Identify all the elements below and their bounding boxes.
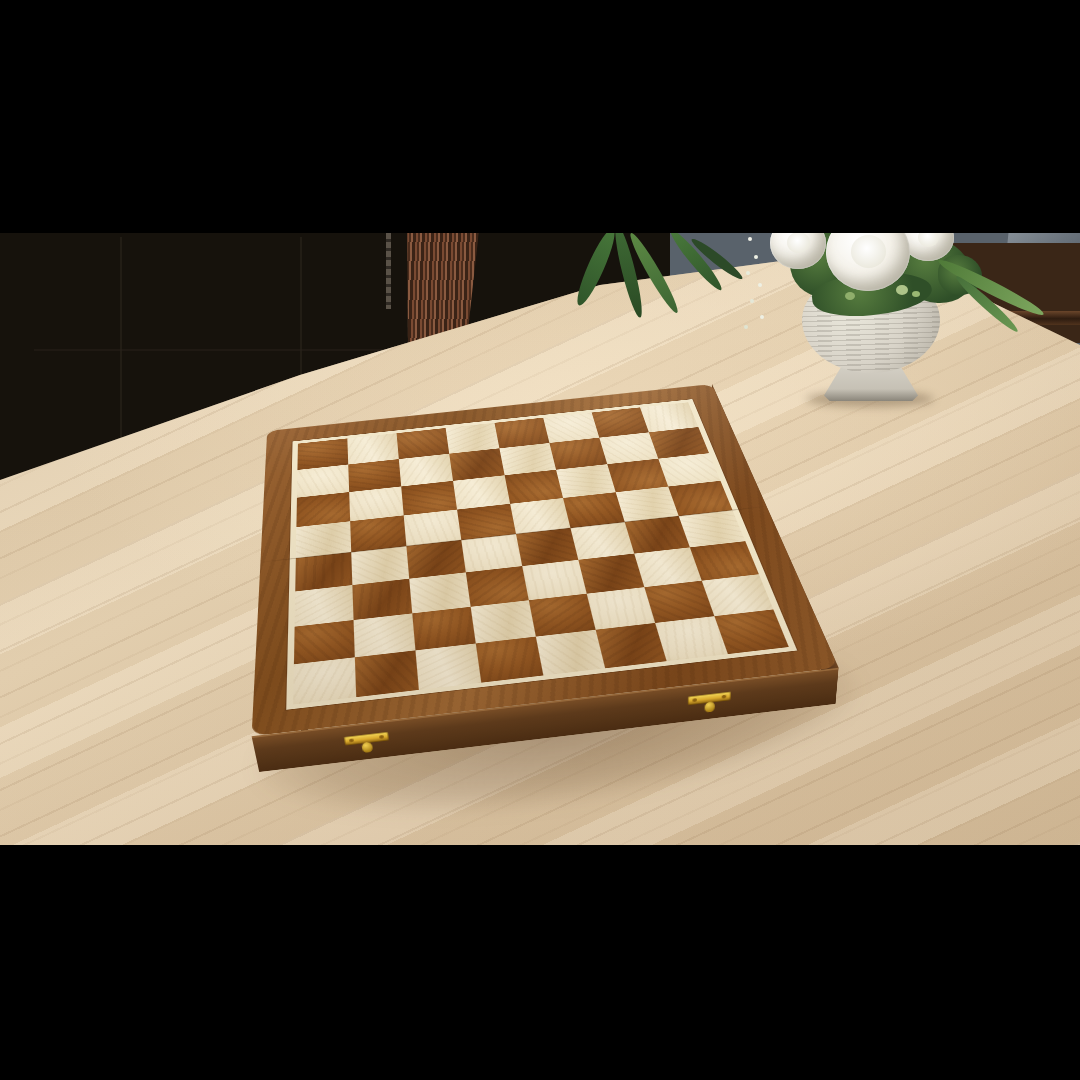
letterbox-bottom: [0, 845, 1080, 1080]
square-r5c1: [295, 552, 352, 591]
square-r8c7: [655, 616, 728, 661]
screenshot-canvas: { "game": "chess", "position": "8/8/8/8/…: [0, 0, 1080, 1080]
square-r5c5: [516, 528, 578, 566]
letterbox-top: [0, 0, 1080, 233]
square-r7c1: [294, 620, 355, 664]
square-r8c4: [476, 637, 544, 683]
square-r7c4: [471, 600, 536, 643]
square-r5c3: [406, 540, 465, 579]
square-r8c2: [355, 650, 419, 697]
square-r7c5: [529, 594, 596, 637]
square-r6c2: [352, 579, 412, 620]
square-r6c7: [634, 547, 702, 587]
square-r8c3: [415, 643, 481, 689]
square-r7c7: [644, 581, 714, 623]
board-scene: [117, 233, 914, 840]
square-r6c1: [295, 585, 354, 627]
brass-latch: [688, 692, 731, 706]
latch-knob: [704, 701, 714, 712]
square-r8c8: [714, 609, 788, 654]
brass-latch: [343, 732, 388, 746]
latch-knob: [361, 742, 373, 753]
square-r8c1: [293, 657, 356, 704]
square-r6c4: [466, 566, 529, 607]
square-r8c5: [536, 630, 605, 676]
square-r5c4: [461, 534, 522, 572]
square-r7c6: [587, 587, 655, 630]
square-r6c6: [578, 554, 644, 594]
square-r8c6: [596, 623, 667, 668]
chess-board-box: [252, 384, 839, 736]
square-r6c3: [409, 572, 470, 613]
square-r7c2: [354, 613, 416, 657]
square-r6c5: [522, 560, 587, 600]
square-r7c3: [412, 607, 476, 651]
square-r5c2: [351, 546, 409, 585]
flower-buds: [896, 285, 908, 295]
square-r7c8: [702, 574, 774, 616]
photo-scene: [0, 233, 1080, 845]
square-r6c8: [690, 541, 759, 580]
